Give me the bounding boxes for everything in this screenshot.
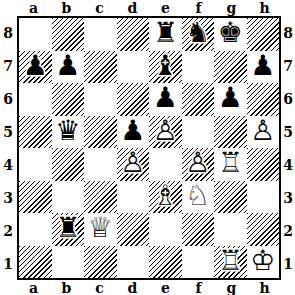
black-pawn-icon: ♟ (55, 52, 80, 80)
white-pawn-icon: ♙ (250, 117, 275, 145)
piece-white-rook-g4[interactable]: ♜♖ (214, 148, 247, 181)
piece-white-pawn-d4[interactable]: ♟♙ (117, 148, 150, 181)
square-b1[interactable] (52, 246, 85, 279)
file-label-top-a: a (17, 0, 50, 16)
file-label-bottom-c: c (83, 280, 116, 295)
square-c3[interactable] (84, 181, 117, 214)
rank-label-right-4: 4 (280, 148, 295, 181)
rank-labels-left: 87654321 (0, 16, 16, 280)
rank-label-right-1: 1 (280, 247, 295, 280)
file-label-bottom-e: e (149, 280, 182, 295)
white-queen-icon: ♕ (88, 214, 113, 242)
piece-black-pawn-h7[interactable]: ♟♟ (247, 51, 280, 84)
rank-label-left-7: 7 (0, 49, 16, 82)
file-label-top-e: e (149, 0, 182, 16)
square-c8[interactable] (84, 18, 117, 51)
square-h2[interactable] (247, 213, 280, 246)
square-d3[interactable] (117, 181, 150, 214)
black-pawn-icon: ♟ (218, 84, 243, 112)
white-pawn-icon: ♙ (120, 149, 145, 177)
square-f3[interactable]: ♞♘ (182, 181, 215, 214)
square-b4[interactable] (52, 148, 85, 181)
square-a4[interactable] (19, 148, 52, 181)
square-g3[interactable] (214, 181, 247, 214)
black-king-icon: ♚ (218, 19, 243, 47)
white-bishop-icon: ♗ (153, 182, 178, 210)
square-a7[interactable]: ♟♟ (19, 51, 52, 84)
piece-black-pawn-a7[interactable]: ♟♟ (19, 51, 52, 84)
square-h8[interactable] (247, 18, 280, 51)
square-g2[interactable] (214, 213, 247, 246)
rank-label-left-2: 2 (0, 214, 16, 247)
square-a3[interactable] (19, 181, 52, 214)
square-f7[interactable] (182, 51, 215, 84)
black-pawn-icon: ♟ (120, 117, 145, 145)
rank-label-left-8: 8 (0, 16, 16, 49)
rank-label-left-1: 1 (0, 247, 16, 280)
square-c5[interactable] (84, 116, 117, 149)
rank-label-right-6: 6 (280, 82, 295, 115)
square-d2[interactable] (117, 213, 150, 246)
square-d5[interactable]: ♟♟ (117, 116, 150, 149)
square-d8[interactable] (117, 18, 150, 51)
file-labels-top: abcdefgh (17, 0, 281, 15)
chess-diagram: abcdefgh 87654321 ♜♜♞♞♚♚♟♟♟♟♝♝♟♟♟♟♟♟♛♛♟♟… (0, 0, 295, 295)
square-a8[interactable] (19, 18, 52, 51)
square-e8[interactable]: ♜♜ (149, 18, 182, 51)
square-b3[interactable] (52, 181, 85, 214)
piece-black-rook-e8[interactable]: ♜♜ (149, 18, 182, 51)
square-c6[interactable] (84, 83, 117, 116)
piece-black-pawn-b7[interactable]: ♟♟ (52, 51, 85, 84)
rank-label-left-3: 3 (0, 181, 16, 214)
square-b2[interactable]: ♜♜ (52, 213, 85, 246)
square-d4[interactable]: ♟♙ (117, 148, 150, 181)
file-label-top-c: c (83, 0, 116, 16)
black-queen-icon: ♛ (55, 117, 80, 145)
square-d6[interactable] (117, 83, 150, 116)
piece-black-pawn-e6[interactable]: ♟♟ (149, 83, 182, 116)
piece-white-pawn-e5[interactable]: ♟♙ (149, 116, 182, 149)
square-b8[interactable] (52, 18, 85, 51)
piece-white-rook-g1[interactable]: ♜♖ (214, 246, 247, 279)
piece-black-king-g8[interactable]: ♚♚ (214, 18, 247, 51)
white-king-icon: ♔ (250, 247, 275, 275)
black-rook-icon: ♜ (55, 214, 80, 242)
piece-white-pawn-f4[interactable]: ♟♙ (182, 148, 215, 181)
square-h1[interactable]: ♚♔ (247, 246, 280, 279)
square-f1[interactable] (182, 246, 215, 279)
piece-white-queen-c2[interactable]: ♛♕ (84, 213, 117, 246)
square-h3[interactable] (247, 181, 280, 214)
rank-label-left-4: 4 (0, 148, 16, 181)
file-label-bottom-f: f (182, 280, 215, 295)
square-f6[interactable] (182, 83, 215, 116)
square-h5[interactable]: ♟♙ (247, 116, 280, 149)
black-bishop-icon: ♝ (153, 52, 178, 80)
square-h4[interactable] (247, 148, 280, 181)
square-g4[interactable]: ♜♖ (214, 148, 247, 181)
square-a1[interactable] (19, 246, 52, 279)
piece-black-rook-b2[interactable]: ♜♜ (52, 213, 85, 246)
piece-white-knight-f3[interactable]: ♞♘ (182, 181, 215, 214)
square-b5[interactable]: ♛♛ (52, 116, 85, 149)
piece-white-bishop-e3[interactable]: ♝♗ (149, 181, 182, 214)
square-e7[interactable]: ♝♝ (149, 51, 182, 84)
square-e6[interactable]: ♟♟ (149, 83, 182, 116)
square-f8[interactable]: ♞♞ (182, 18, 215, 51)
rank-label-right-8: 8 (280, 16, 295, 49)
black-pawn-icon: ♟ (250, 52, 275, 80)
square-d1[interactable] (117, 246, 150, 279)
black-pawn-icon: ♟ (23, 52, 48, 80)
square-a6[interactable] (19, 83, 52, 116)
file-label-top-b: b (50, 0, 83, 16)
white-knight-icon: ♘ (185, 182, 210, 210)
file-label-top-d: d (116, 0, 149, 16)
piece-black-pawn-d5[interactable]: ♟♟ (117, 116, 150, 149)
square-c2[interactable]: ♛♕ (84, 213, 117, 246)
file-label-bottom-a: a (17, 280, 50, 295)
square-g6[interactable]: ♟♟ (214, 83, 247, 116)
rank-label-right-5: 5 (280, 115, 295, 148)
square-g7[interactable] (214, 51, 247, 84)
chess-board: ♜♜♞♞♚♚♟♟♟♟♝♝♟♟♟♟♟♟♛♛♟♟♟♙♟♙♟♙♟♙♜♖♝♗♞♘♜♜♛♕… (17, 16, 281, 280)
rank-label-left-5: 5 (0, 115, 16, 148)
square-e2[interactable] (149, 213, 182, 246)
white-pawn-icon: ♙ (185, 149, 210, 177)
piece-white-pawn-h5[interactable]: ♟♙ (247, 116, 280, 149)
file-labels-bottom: abcdefgh (17, 280, 281, 295)
piece-black-bishop-e7[interactable]: ♝♝ (149, 51, 182, 84)
white-rook-icon: ♖ (218, 149, 243, 177)
piece-white-king-h1[interactable]: ♚♔ (247, 246, 280, 279)
file-label-bottom-h: h (248, 280, 281, 295)
square-e3[interactable]: ♝♗ (149, 181, 182, 214)
rank-label-right-3: 3 (280, 181, 295, 214)
square-g8[interactable]: ♚♚ (214, 18, 247, 51)
square-c1[interactable] (84, 246, 117, 279)
piece-black-queen-b5[interactable]: ♛♛ (52, 116, 85, 149)
file-label-top-f: f (182, 0, 215, 16)
file-label-top-g: g (215, 0, 248, 16)
white-pawn-icon: ♙ (153, 117, 178, 145)
square-f5[interactable] (182, 116, 215, 149)
square-c7[interactable] (84, 51, 117, 84)
white-rook-icon: ♖ (218, 247, 243, 275)
rank-label-left-6: 6 (0, 82, 16, 115)
rank-labels-right: 87654321 (280, 16, 295, 280)
black-pawn-icon: ♟ (153, 84, 178, 112)
file-label-bottom-g: g (215, 280, 248, 295)
black-rook-icon: ♜ (153, 19, 178, 47)
square-a5[interactable] (19, 116, 52, 149)
square-c4[interactable] (84, 148, 117, 181)
file-label-top-h: h (248, 0, 281, 16)
square-f4[interactable]: ♟♙ (182, 148, 215, 181)
rank-label-right-7: 7 (280, 49, 295, 82)
square-b7[interactable]: ♟♟ (52, 51, 85, 84)
square-h6[interactable] (247, 83, 280, 116)
rank-label-right-2: 2 (280, 214, 295, 247)
black-knight-icon: ♞ (185, 19, 210, 47)
square-b6[interactable] (52, 83, 85, 116)
square-a2[interactable] (19, 213, 52, 246)
square-d7[interactable] (117, 51, 150, 84)
square-e4[interactable] (149, 148, 182, 181)
square-f2[interactable] (182, 213, 215, 246)
file-label-bottom-b: b (50, 280, 83, 295)
square-g1[interactable]: ♜♖ (214, 246, 247, 279)
file-label-bottom-d: d (116, 280, 149, 295)
piece-black-knight-f8[interactable]: ♞♞ (182, 18, 215, 51)
square-e5[interactable]: ♟♙ (149, 116, 182, 149)
piece-black-pawn-g6[interactable]: ♟♟ (214, 83, 247, 116)
square-e1[interactable] (149, 246, 182, 279)
square-h7[interactable]: ♟♟ (247, 51, 280, 84)
square-g5[interactable] (214, 116, 247, 149)
